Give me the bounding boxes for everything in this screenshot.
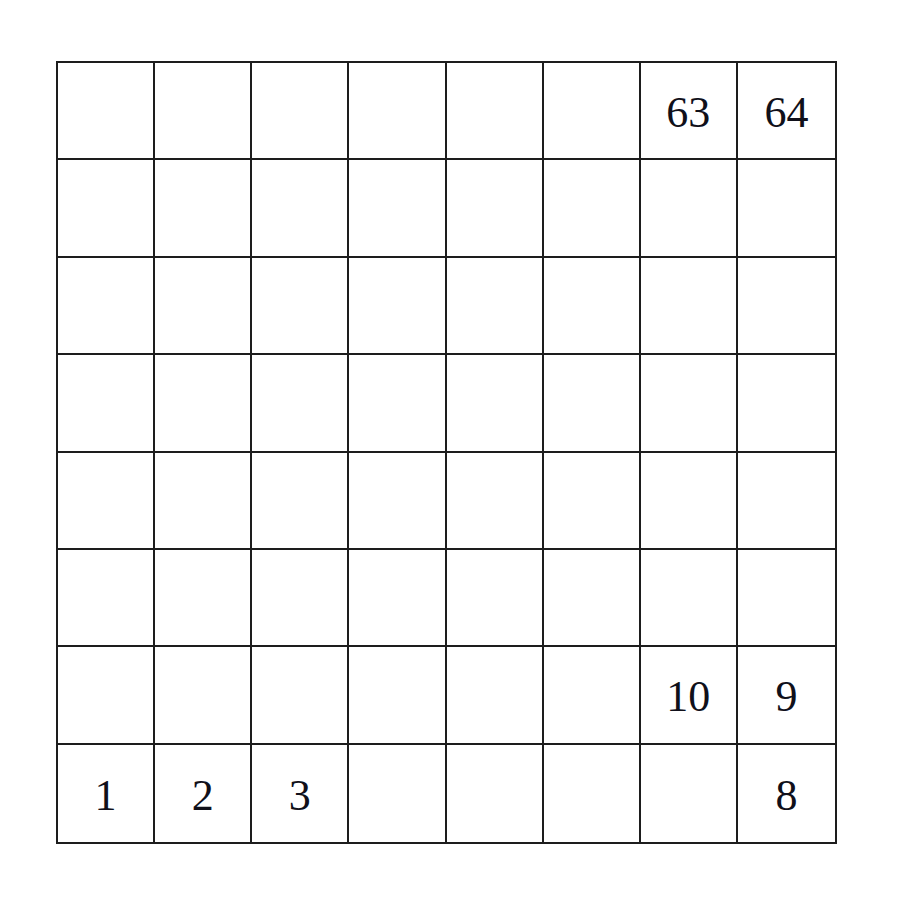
cell-r8c7[interactable] [641, 745, 738, 842]
cell-r8c3: 3 [252, 745, 349, 842]
cell-r3c2[interactable] [155, 258, 252, 355]
cell-r2c8[interactable] [738, 160, 835, 257]
cell-r6c5[interactable] [447, 550, 544, 647]
cell-r6c4[interactable] [349, 550, 446, 647]
cell-r2c6[interactable] [544, 160, 641, 257]
cell-r4c8[interactable] [738, 355, 835, 452]
cell-r1c5[interactable] [447, 63, 544, 160]
cell-r1c6[interactable] [544, 63, 641, 160]
cell-r7c2[interactable] [155, 647, 252, 744]
cell-r6c7[interactable] [641, 550, 738, 647]
cell-r4c7[interactable] [641, 355, 738, 452]
cell-r2c4[interactable] [349, 160, 446, 257]
cell-r5c5[interactable] [447, 453, 544, 550]
cell-r5c8[interactable] [738, 453, 835, 550]
cell-r8c4[interactable] [349, 745, 446, 842]
cell-r4c4[interactable] [349, 355, 446, 452]
cell-r6c8[interactable] [738, 550, 835, 647]
cell-r2c5[interactable] [447, 160, 544, 257]
cell-r1c3[interactable] [252, 63, 349, 160]
cell-r5c2[interactable] [155, 453, 252, 550]
cell-r8c2: 2 [155, 745, 252, 842]
cell-r2c3[interactable] [252, 160, 349, 257]
cell-r7c1[interactable] [58, 647, 155, 744]
cell-r4c3[interactable] [252, 355, 349, 452]
cell-r8c6[interactable] [544, 745, 641, 842]
cell-r4c1[interactable] [58, 355, 155, 452]
cell-r1c4[interactable] [349, 63, 446, 160]
cell-r6c6[interactable] [544, 550, 641, 647]
cell-r3c5[interactable] [447, 258, 544, 355]
cell-r8c8: 8 [738, 745, 835, 842]
cell-r1c1[interactable] [58, 63, 155, 160]
page: 63641091238 [0, 0, 907, 910]
cell-r3c7[interactable] [641, 258, 738, 355]
cell-r6c3[interactable] [252, 550, 349, 647]
cell-r5c7[interactable] [641, 453, 738, 550]
cell-r3c8[interactable] [738, 258, 835, 355]
cell-r3c6[interactable] [544, 258, 641, 355]
cell-r4c6[interactable] [544, 355, 641, 452]
cell-r6c2[interactable] [155, 550, 252, 647]
cell-r8c5[interactable] [447, 745, 544, 842]
cell-r3c1[interactable] [58, 258, 155, 355]
cell-r7c4[interactable] [349, 647, 446, 744]
cell-r2c7[interactable] [641, 160, 738, 257]
cell-r7c7: 10 [641, 647, 738, 744]
cell-r5c1[interactable] [58, 453, 155, 550]
puzzle-board: 63641091238 [56, 61, 837, 844]
cell-r1c2[interactable] [155, 63, 252, 160]
cell-r3c4[interactable] [349, 258, 446, 355]
cell-r7c5[interactable] [447, 647, 544, 744]
cell-r5c6[interactable] [544, 453, 641, 550]
cell-r5c4[interactable] [349, 453, 446, 550]
cell-r2c1[interactable] [58, 160, 155, 257]
cell-r2c2[interactable] [155, 160, 252, 257]
cell-r7c6[interactable] [544, 647, 641, 744]
cell-r4c2[interactable] [155, 355, 252, 452]
cell-r3c3[interactable] [252, 258, 349, 355]
cell-r7c3[interactable] [252, 647, 349, 744]
cell-r4c5[interactable] [447, 355, 544, 452]
cell-r5c3[interactable] [252, 453, 349, 550]
cell-r8c1: 1 [58, 745, 155, 842]
cell-r1c7: 63 [641, 63, 738, 160]
cell-r1c8: 64 [738, 63, 835, 160]
cell-r7c8: 9 [738, 647, 835, 744]
cell-r6c1[interactable] [58, 550, 155, 647]
